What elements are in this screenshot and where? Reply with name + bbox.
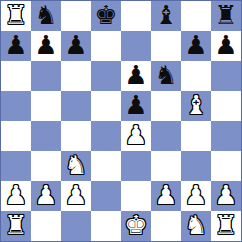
square-d2[interactable] [91,181,121,211]
square-d3[interactable] [91,151,121,181]
piece-white-knight[interactable]: ♞ [64,152,87,178]
square-h8[interactable]: ♜ [211,1,241,31]
piece-black-knight[interactable]: ♞ [34,2,57,28]
square-h2[interactable]: ♟ [211,181,241,211]
square-a3[interactable] [1,151,31,181]
piece-white-pawn[interactable]: ♟ [4,182,27,208]
square-h6[interactable] [211,61,241,91]
square-c2[interactable]: ♟ [61,181,91,211]
square-b2[interactable]: ♟ [31,181,61,211]
square-d8[interactable]: ♚ [91,1,121,31]
square-c8[interactable] [61,1,91,31]
square-a5[interactable] [1,91,31,121]
square-d4[interactable] [91,121,121,151]
square-h5[interactable] [211,91,241,121]
square-d7[interactable] [91,31,121,61]
square-e1[interactable]: ♚ [121,211,151,241]
piece-black-pawn[interactable]: ♟ [64,32,87,58]
square-e7[interactable] [121,31,151,61]
square-e8[interactable] [121,1,151,31]
piece-white-pawn[interactable]: ♟ [34,182,57,208]
square-e5[interactable]: ♟ [121,91,151,121]
square-f7[interactable] [151,31,181,61]
piece-black-pawn[interactable]: ♟ [214,32,237,58]
piece-black-rook[interactable]: ♜ [214,2,237,28]
chess-board: ♜♞♚♝♜♟♟♟♟♟♟♞♟♝♟♞♟♟♟♟♟♟♜♚♞♜ [0,0,242,242]
square-b5[interactable] [31,91,61,121]
piece-white-king[interactable]: ♚ [124,212,147,238]
square-f1[interactable] [151,211,181,241]
square-c5[interactable] [61,91,91,121]
square-d1[interactable] [91,211,121,241]
square-g8[interactable] [181,1,211,31]
square-e2[interactable] [121,181,151,211]
square-g5[interactable]: ♝ [181,91,211,121]
piece-black-knight[interactable]: ♞ [154,62,177,88]
square-a7[interactable]: ♟ [1,31,31,61]
square-h1[interactable]: ♜ [211,211,241,241]
square-g1[interactable]: ♞ [181,211,211,241]
piece-white-pawn[interactable]: ♟ [124,122,147,148]
square-h4[interactable] [211,121,241,151]
square-c3[interactable]: ♞ [61,151,91,181]
square-f6[interactable]: ♞ [151,61,181,91]
square-g4[interactable] [181,121,211,151]
square-f3[interactable] [151,151,181,181]
piece-white-rook[interactable]: ♜ [4,212,27,238]
square-b6[interactable] [31,61,61,91]
square-a2[interactable]: ♟ [1,181,31,211]
square-c1[interactable] [61,211,91,241]
piece-black-king[interactable]: ♚ [94,2,117,28]
square-f5[interactable] [151,91,181,121]
square-g7[interactable]: ♟ [181,31,211,61]
piece-white-bishop[interactable]: ♝ [184,92,207,118]
piece-white-pawn[interactable]: ♟ [64,182,87,208]
square-f2[interactable]: ♟ [151,181,181,211]
square-f8[interactable]: ♝ [151,1,181,31]
piece-white-rook[interactable]: ♜ [4,2,27,28]
square-c4[interactable] [61,121,91,151]
square-a6[interactable] [1,61,31,91]
square-d5[interactable] [91,91,121,121]
square-a4[interactable] [1,121,31,151]
piece-white-rook[interactable]: ♜ [214,212,237,238]
square-b1[interactable] [31,211,61,241]
square-a1[interactable]: ♜ [1,211,31,241]
square-h7[interactable]: ♟ [211,31,241,61]
square-h3[interactable] [211,151,241,181]
piece-black-pawn[interactable]: ♟ [184,32,207,58]
piece-black-pawn[interactable]: ♟ [124,62,147,88]
square-e3[interactable] [121,151,151,181]
square-c7[interactable]: ♟ [61,31,91,61]
piece-white-knight[interactable]: ♞ [184,212,207,238]
square-b8[interactable]: ♞ [31,1,61,31]
piece-black-pawn[interactable]: ♟ [124,92,147,118]
square-g2[interactable]: ♟ [181,181,211,211]
square-g6[interactable] [181,61,211,91]
square-e4[interactable]: ♟ [121,121,151,151]
square-f4[interactable] [151,121,181,151]
piece-black-pawn[interactable]: ♟ [4,32,27,58]
piece-white-pawn[interactable]: ♟ [184,182,207,208]
square-b7[interactable]: ♟ [31,31,61,61]
square-b4[interactable] [31,121,61,151]
piece-black-pawn[interactable]: ♟ [34,32,57,58]
piece-black-bishop[interactable]: ♝ [154,2,177,28]
square-g3[interactable] [181,151,211,181]
square-e6[interactable]: ♟ [121,61,151,91]
square-d6[interactable] [91,61,121,91]
piece-white-pawn[interactable]: ♟ [214,182,237,208]
square-b3[interactable] [31,151,61,181]
square-c6[interactable] [61,61,91,91]
piece-white-pawn[interactable]: ♟ [154,182,177,208]
square-a8[interactable]: ♜ [1,1,31,31]
